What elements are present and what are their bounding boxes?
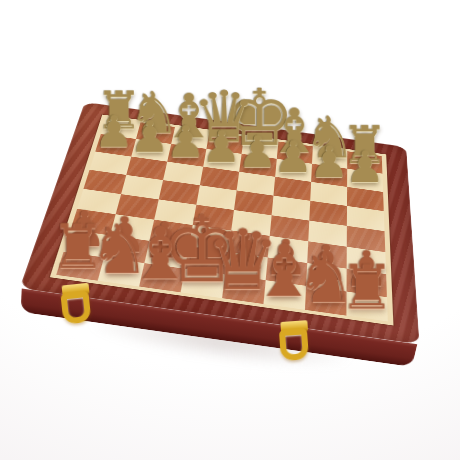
scene: ♜♞♝♛♚♝♞♜♟♟♟♟♟♟♟♟♟♟♟♟♟♟♟♟♜♞♝♚♛♝♞♜ xyxy=(0,0,460,460)
piece-copper-rook[interactable]: ♜ xyxy=(50,219,105,274)
piece-copper-rook[interactable]: ♜ xyxy=(340,260,395,315)
front-right-clasp xyxy=(274,320,317,371)
clasp-ring xyxy=(279,328,309,361)
piece-copper-bishop[interactable]: ♝ xyxy=(252,238,317,303)
clasp-ring xyxy=(60,291,91,325)
product-photo: ♜♞♝♛♚♝♞♜♟♟♟♟♟♟♟♟♟♟♟♟♟♟♟♟♜♞♝♚♛♝♞♜ xyxy=(0,0,460,460)
front-left-clasp xyxy=(56,282,101,334)
piece-copper-bishop[interactable]: ♝ xyxy=(128,221,193,286)
